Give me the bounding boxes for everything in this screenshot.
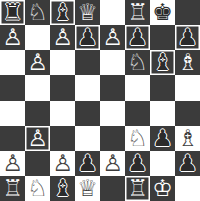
black-rook-a8: ♜: [2, 1, 23, 24]
square-d4[interactable]: [75, 101, 100, 126]
square-g6[interactable]: ♝: [150, 50, 175, 75]
white-pawn-b6: ♙: [27, 51, 48, 74]
square-g4[interactable]: [150, 101, 175, 126]
square-f4[interactable]: [125, 101, 150, 126]
square-g3[interactable]: ♟: [150, 126, 175, 151]
black-pawn-g3: ♟: [152, 126, 173, 149]
square-f7[interactable]: ♟: [125, 25, 150, 50]
square-c5[interactable]: [50, 75, 75, 100]
square-e5[interactable]: [100, 75, 125, 100]
black-bishop-c8: ♝: [52, 1, 73, 24]
square-e8[interactable]: [100, 0, 125, 25]
square-d8[interactable]: ♕: [75, 0, 100, 25]
white-king-g1: ♔: [152, 176, 173, 199]
square-h5[interactable]: [175, 75, 200, 100]
square-b5[interactable]: [25, 75, 50, 100]
square-f5[interactable]: [125, 75, 150, 100]
square-d2[interactable]: ♟: [75, 151, 100, 176]
square-d6[interactable]: [75, 50, 100, 75]
square-g8[interactable]: ♚: [150, 0, 175, 25]
white-bishop-h3: ♗: [177, 126, 198, 149]
square-b1[interactable]: ♘: [25, 176, 50, 201]
square-b3[interactable]: ♙: [25, 126, 50, 151]
white-knight-b1: ♘: [27, 176, 48, 199]
square-c2[interactable]: ♙: [50, 151, 75, 176]
white-pawn-c2: ♙: [52, 151, 73, 174]
square-a8[interactable]: ♜: [0, 0, 25, 25]
black-pawn-h2: ♟: [177, 151, 198, 174]
square-h7[interactable]: ♟: [175, 25, 200, 50]
square-e3[interactable]: [100, 126, 125, 151]
square-a1[interactable]: ♖: [0, 176, 25, 201]
white-pawn-a2: ♙: [2, 151, 23, 174]
square-h4[interactable]: [175, 101, 200, 126]
white-rook-f1: ♖: [127, 176, 148, 199]
chess-board: ♜♘♝♕♖♚♙♙♟♙♟♟♙♘♝♗♙♘♟♗♙♙♟♙♟♟♖♘♝♕♖♔: [0, 0, 200, 201]
square-a3[interactable]: [0, 126, 25, 151]
white-rook-a1: ♖: [2, 176, 23, 199]
black-bishop-g6: ♝: [152, 51, 173, 74]
square-d3[interactable]: [75, 126, 100, 151]
black-pawn-h7: ♟: [177, 26, 198, 49]
white-pawn-a7: ♙: [2, 26, 23, 49]
square-f6[interactable]: ♘: [125, 50, 150, 75]
square-d7[interactable]: ♟: [75, 25, 100, 50]
square-b7[interactable]: [25, 25, 50, 50]
white-queen-d1: ♕: [77, 176, 98, 199]
square-e6[interactable]: [100, 50, 125, 75]
square-g5[interactable]: [150, 75, 175, 100]
black-pawn-d2: ♟: [77, 151, 98, 174]
white-pawn-c7: ♙: [52, 26, 73, 49]
square-b2[interactable]: [25, 151, 50, 176]
square-c7[interactable]: ♙: [50, 25, 75, 50]
square-f3[interactable]: ♘: [125, 126, 150, 151]
black-king-g8: ♚: [152, 1, 173, 24]
white-pawn-e2: ♙: [102, 151, 123, 174]
square-g7[interactable]: [150, 25, 175, 50]
square-c1[interactable]: ♝: [50, 176, 75, 201]
square-b4[interactable]: [25, 101, 50, 126]
square-b6[interactable]: ♙: [25, 50, 50, 75]
white-pawn-e7: ♙: [102, 26, 123, 49]
square-g1[interactable]: ♔: [150, 176, 175, 201]
white-knight-f3: ♘: [127, 126, 148, 149]
chessboard-screenshot: ♜♘♝♕♖♚♙♙♟♙♟♟♙♘♝♗♙♘♟♗♙♙♟♙♟♟♖♘♝♕♖♔: [0, 0, 200, 201]
square-c8[interactable]: ♝: [50, 0, 75, 25]
square-e2[interactable]: ♙: [100, 151, 125, 176]
square-a7[interactable]: ♙: [0, 25, 25, 50]
square-f8[interactable]: ♖: [125, 0, 150, 25]
white-queen-d8: ♕: [77, 1, 98, 24]
black-bishop-c1: ♝: [52, 176, 73, 199]
square-a6[interactable]: [0, 50, 25, 75]
square-c6[interactable]: [50, 50, 75, 75]
square-g2[interactable]: [150, 151, 175, 176]
square-h6[interactable]: ♗: [175, 50, 200, 75]
white-bishop-h6: ♗: [177, 51, 198, 74]
square-h2[interactable]: ♟: [175, 151, 200, 176]
black-pawn-d7: ♟: [77, 26, 98, 49]
square-e1[interactable]: [100, 176, 125, 201]
black-pawn-f2: ♟: [127, 151, 148, 174]
white-rook-f8: ♖: [127, 1, 148, 24]
square-c3[interactable]: [50, 126, 75, 151]
white-pawn-b3: ♙: [27, 126, 48, 149]
square-d1[interactable]: ♕: [75, 176, 100, 201]
white-knight-b8: ♘: [27, 1, 48, 24]
white-knight-f6: ♘: [127, 51, 148, 74]
square-c4[interactable]: [50, 101, 75, 126]
square-a5[interactable]: [0, 75, 25, 100]
square-h3[interactable]: ♗: [175, 126, 200, 151]
square-f2[interactable]: ♟: [125, 151, 150, 176]
square-d5[interactable]: [75, 75, 100, 100]
black-pawn-f7: ♟: [127, 26, 148, 49]
square-e7[interactable]: ♙: [100, 25, 125, 50]
square-b8[interactable]: ♘: [25, 0, 50, 25]
square-a2[interactable]: ♙: [0, 151, 25, 176]
square-a4[interactable]: [0, 101, 25, 126]
square-h1[interactable]: [175, 176, 200, 201]
square-h8[interactable]: [175, 0, 200, 25]
square-e4[interactable]: [100, 101, 125, 126]
square-f1[interactable]: ♖: [125, 176, 150, 201]
